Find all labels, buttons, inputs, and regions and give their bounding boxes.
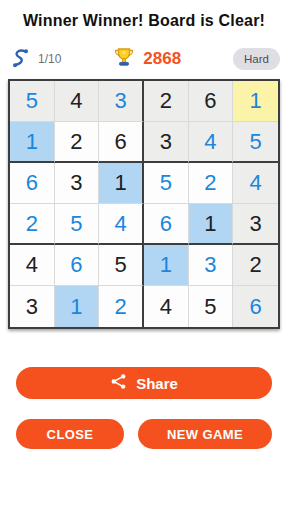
cell-r2c3[interactable]: 6 [99, 122, 144, 163]
cell-r5c1[interactable]: 4 [10, 245, 55, 286]
cell-r6c2[interactable]: 1 [55, 286, 100, 327]
cell-r1c2[interactable]: 4 [55, 81, 100, 122]
difficulty-badge: Hard [233, 48, 280, 70]
cell-r5c3[interactable]: 5 [99, 245, 144, 286]
new-game-button[interactable]: NEW GAME [138, 419, 272, 449]
cell-r4c3[interactable]: 4 [99, 204, 144, 245]
action-buttons-row: CLOSE NEW GAME [0, 419, 288, 449]
cell-r3c4[interactable]: 5 [144, 163, 189, 204]
cell-r1c6[interactable]: 1 [233, 81, 278, 122]
cell-r3c5[interactable]: 2 [189, 163, 234, 204]
sudoku-board: 543261126345631524254613465132312456 [8, 79, 280, 329]
cell-r3c6[interactable]: 4 [233, 163, 278, 204]
cell-r4c6[interactable]: 3 [233, 204, 278, 245]
cell-r2c6[interactable]: 5 [233, 122, 278, 163]
share-icon [110, 373, 127, 393]
cell-r1c1[interactable]: 5 [10, 81, 55, 122]
share-button[interactable]: Share [16, 367, 272, 399]
cell-r2c4[interactable]: 3 [144, 122, 189, 163]
cell-r4c2[interactable]: 5 [55, 204, 100, 245]
cell-r4c4[interactable]: 6 [144, 204, 189, 245]
cell-r2c2[interactable]: 2 [55, 122, 100, 163]
progress-label: 1/10 [38, 52, 61, 66]
trophy-icon [113, 46, 135, 72]
cell-r3c1[interactable]: 6 [10, 163, 55, 204]
progress-stat: 1/10 [8, 46, 61, 72]
cell-r6c3[interactable]: 2 [99, 286, 144, 327]
cell-r5c5[interactable]: 3 [189, 245, 234, 286]
cell-r2c1[interactable]: 1 [10, 122, 55, 163]
cell-r5c6[interactable]: 2 [233, 245, 278, 286]
cell-r1c4[interactable]: 2 [144, 81, 189, 122]
page-title: Winner Winner! Board is Clear! [0, 12, 288, 30]
cell-r6c4[interactable]: 4 [144, 286, 189, 327]
stats-bar: 1/10 2868 Hard [8, 45, 280, 73]
cell-r1c5[interactable]: 6 [189, 81, 234, 122]
cell-r3c3[interactable]: 1 [99, 163, 144, 204]
close-button[interactable]: CLOSE [16, 419, 124, 449]
cell-r6c5[interactable]: 5 [189, 286, 234, 327]
cell-r5c2[interactable]: 6 [55, 245, 100, 286]
cell-r6c1[interactable]: 3 [10, 286, 55, 327]
share-button-label: Share [136, 375, 178, 392]
cell-r4c5[interactable]: 1 [189, 204, 234, 245]
cell-r1c3[interactable]: 3 [99, 81, 144, 122]
score-value: 2868 [143, 49, 181, 69]
cell-r2c5[interactable]: 4 [189, 122, 234, 163]
score-stat: 2868 [113, 46, 181, 72]
cell-r6c6[interactable]: 6 [233, 286, 278, 327]
cell-r5c4[interactable]: 1 [144, 245, 189, 286]
cell-r3c2[interactable]: 3 [55, 163, 100, 204]
squiggle-path-icon [8, 46, 30, 72]
cell-r4c1[interactable]: 2 [10, 204, 55, 245]
